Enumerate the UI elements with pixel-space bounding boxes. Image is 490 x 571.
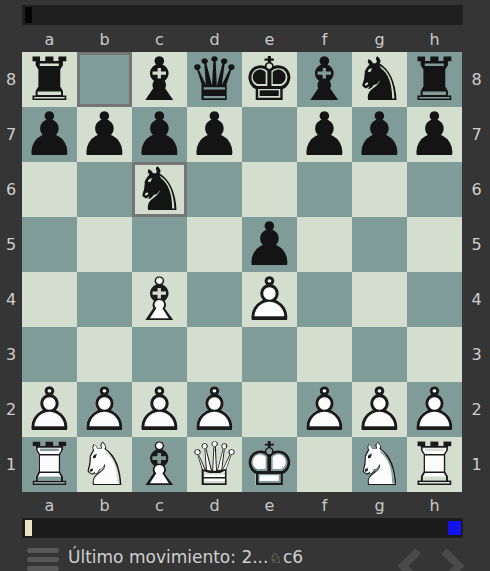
square-h2[interactable]: ♟♙ <box>407 382 462 437</box>
blue-square-marker[interactable] <box>448 521 461 535</box>
file-label-g: g <box>352 28 407 50</box>
rank-label-5: 5 <box>0 217 22 272</box>
piece-white-bishop: ♗ <box>132 272 187 327</box>
square-f2[interactable]: ♟♙ <box>297 382 352 437</box>
square-c7[interactable]: ♟ <box>132 107 187 162</box>
file-label-f: f <box>297 28 352 50</box>
chess-board[interactable]: ♜♝♛♚♝♞♜♟♟♟♟♟♟♟♞♟♝♗♟♙♟♙♟♙♟♙♟♙♟♙♟♙♟♙♜♖♞♘♝♗… <box>22 52 462 492</box>
piece-black-queen: ♛ <box>187 52 242 107</box>
piece-black-pawn: ♟ <box>352 107 407 162</box>
file-label-a: a <box>22 494 77 516</box>
piece-black-king: ♚ <box>242 52 297 107</box>
square-g5[interactable] <box>352 217 407 272</box>
piece-white-pawn: ♙ <box>22 382 77 437</box>
piece-white-pawn: ♙ <box>297 382 352 437</box>
file-label-h: h <box>407 494 462 516</box>
bottom-progress-thumb[interactable] <box>25 520 32 536</box>
piece-black-pawn: ♟ <box>187 107 242 162</box>
rank-label-5: 5 <box>463 217 490 272</box>
file-label-h: h <box>407 28 462 50</box>
square-a4[interactable] <box>22 272 77 327</box>
file-label-e: e <box>242 28 297 50</box>
square-f7[interactable]: ♟ <box>297 107 352 162</box>
rank-label-8: 8 <box>0 52 22 107</box>
file-label-b: b <box>77 494 132 516</box>
square-b5[interactable] <box>77 217 132 272</box>
square-e8[interactable]: ♚ <box>242 52 297 107</box>
square-g8[interactable]: ♞ <box>352 52 407 107</box>
top-progress-bar[interactable] <box>22 5 463 25</box>
square-e4[interactable]: ♟♙ <box>242 272 297 327</box>
file-label-f: f <box>297 494 352 516</box>
square-g3[interactable] <box>352 327 407 382</box>
rank-label-6: 6 <box>463 162 490 217</box>
square-h6[interactable] <box>407 162 462 217</box>
square-a8[interactable]: ♜ <box>22 52 77 107</box>
square-c5[interactable] <box>132 217 187 272</box>
rank-label-8: 8 <box>463 52 490 107</box>
rank-label-1: 1 <box>463 437 490 492</box>
rank-label-2: 2 <box>463 382 490 437</box>
chess-app: abcdefgh 87654321 ♜♝♛♚♝♞♜♟♟♟♟♟♟♟♞♟♝♗♟♙♟♙… <box>0 0 490 571</box>
piece-black-bishop: ♝ <box>297 52 352 107</box>
rank-label-3: 3 <box>463 327 490 382</box>
square-a2[interactable]: ♟♙ <box>22 382 77 437</box>
square-g7[interactable]: ♟ <box>352 107 407 162</box>
square-d4[interactable] <box>187 272 242 327</box>
square-f1[interactable] <box>297 437 352 492</box>
square-c8[interactable]: ♝ <box>132 52 187 107</box>
square-b3[interactable] <box>77 327 132 382</box>
square-c6[interactable]: ♞ <box>132 162 187 217</box>
square-g6[interactable] <box>352 162 407 217</box>
square-b4[interactable] <box>77 272 132 327</box>
rank-label-6: 6 <box>0 162 22 217</box>
square-e1[interactable]: ♚♔ <box>242 437 297 492</box>
piece-white-pawn: ♙ <box>352 382 407 437</box>
square-e3[interactable] <box>242 327 297 382</box>
file-label-b: b <box>77 28 132 50</box>
piece-black-rook: ♜ <box>22 52 77 107</box>
square-d2[interactable]: ♟♙ <box>187 382 242 437</box>
piece-black-pawn: ♟ <box>22 107 77 162</box>
square-h3[interactable] <box>407 327 462 382</box>
piece-white-knight: ♘ <box>352 437 407 492</box>
square-c4[interactable]: ♝♗ <box>132 272 187 327</box>
status-row: Último movimiento: 2...♘c6 <box>0 540 490 571</box>
piece-white-pawn: ♙ <box>407 382 462 437</box>
rank-label-7: 7 <box>0 107 22 162</box>
square-h7[interactable]: ♟ <box>407 107 462 162</box>
rank-labels-left: 87654321 <box>0 52 22 492</box>
file-label-g: g <box>352 494 407 516</box>
square-f6[interactable] <box>297 162 352 217</box>
square-f5[interactable] <box>297 217 352 272</box>
piece-white-rook: ♖ <box>407 437 462 492</box>
square-h5[interactable] <box>407 217 462 272</box>
square-d3[interactable] <box>187 327 242 382</box>
bottom-progress-bar[interactable] <box>22 518 463 538</box>
knight-icon: ♘ <box>268 550 283 566</box>
square-e2[interactable] <box>242 382 297 437</box>
square-g2[interactable]: ♟♙ <box>352 382 407 437</box>
file-label-a: a <box>22 28 77 50</box>
last-move-status: Último movimiento: 2...♘c6 <box>68 547 303 567</box>
file-labels-top: abcdefgh <box>22 28 462 50</box>
piece-black-rook: ♜ <box>407 52 462 107</box>
last-move-text: Último movimiento: 2... <box>68 547 268 567</box>
rank-label-7: 7 <box>463 107 490 162</box>
square-e5[interactable]: ♟ <box>242 217 297 272</box>
piece-black-knight: ♞ <box>352 52 407 107</box>
square-b2[interactable]: ♟♙ <box>77 382 132 437</box>
square-d5[interactable] <box>187 217 242 272</box>
square-b1[interactable]: ♞♘ <box>77 437 132 492</box>
square-c1[interactable]: ♝♗ <box>132 437 187 492</box>
piece-white-king: ♔ <box>242 437 297 492</box>
piece-black-pawn: ♟ <box>77 107 132 162</box>
file-label-c: c <box>132 28 187 50</box>
move-navigation <box>394 545 468 571</box>
prev-move-icon[interactable] <box>394 545 426 571</box>
square-d1[interactable]: ♛♕ <box>187 437 242 492</box>
rank-label-4: 4 <box>463 272 490 327</box>
square-f4[interactable] <box>297 272 352 327</box>
square-c2[interactable]: ♟♙ <box>132 382 187 437</box>
rank-labels-right: 87654321 <box>463 52 490 492</box>
file-label-d: d <box>187 28 242 50</box>
square-d6[interactable] <box>187 162 242 217</box>
piece-black-pawn: ♟ <box>407 107 462 162</box>
square-g1[interactable]: ♞♘ <box>352 437 407 492</box>
piece-black-pawn: ♟ <box>242 217 297 272</box>
piece-black-knight: ♞ <box>132 162 187 217</box>
file-label-d: d <box>187 494 242 516</box>
square-a6[interactable] <box>22 162 77 217</box>
square-d7[interactable]: ♟ <box>187 107 242 162</box>
rank-label-3: 3 <box>0 327 22 382</box>
square-b6[interactable] <box>77 162 132 217</box>
piece-white-pawn: ♙ <box>132 382 187 437</box>
square-e7[interactable] <box>242 107 297 162</box>
piece-white-knight: ♘ <box>77 437 132 492</box>
square-d8[interactable]: ♛ <box>187 52 242 107</box>
square-f3[interactable] <box>297 327 352 382</box>
piece-black-pawn: ♟ <box>132 107 187 162</box>
square-f8[interactable]: ♝ <box>297 52 352 107</box>
square-h8[interactable]: ♜ <box>407 52 462 107</box>
last-move-square: c6 <box>283 547 303 567</box>
square-a5[interactable] <box>22 217 77 272</box>
square-h4[interactable] <box>407 272 462 327</box>
piece-white-pawn: ♙ <box>187 382 242 437</box>
square-g4[interactable] <box>352 272 407 327</box>
next-move-icon[interactable] <box>436 545 468 571</box>
square-a1[interactable]: ♜♖ <box>22 437 77 492</box>
piece-black-pawn: ♟ <box>297 107 352 162</box>
piece-white-queen: ♕ <box>187 437 242 492</box>
square-b8[interactable] <box>77 52 132 107</box>
menu-icon[interactable] <box>27 548 59 571</box>
piece-white-rook: ♖ <box>22 437 77 492</box>
top-progress-thumb[interactable] <box>25 7 32 23</box>
file-label-c: c <box>132 494 187 516</box>
piece-white-bishop: ♗ <box>132 437 187 492</box>
square-b7[interactable]: ♟ <box>77 107 132 162</box>
rank-label-4: 4 <box>0 272 22 327</box>
file-labels-bottom: abcdefgh <box>22 494 462 516</box>
square-c3[interactable] <box>132 327 187 382</box>
square-e6[interactable] <box>242 162 297 217</box>
square-a3[interactable] <box>22 327 77 382</box>
file-label-e: e <box>242 494 297 516</box>
piece-white-pawn: ♙ <box>77 382 132 437</box>
piece-white-pawn: ♙ <box>242 272 297 327</box>
rank-label-1: 1 <box>0 437 22 492</box>
square-a7[interactable]: ♟ <box>22 107 77 162</box>
rank-label-2: 2 <box>0 382 22 437</box>
piece-black-bishop: ♝ <box>132 52 187 107</box>
square-h1[interactable]: ♜♖ <box>407 437 462 492</box>
